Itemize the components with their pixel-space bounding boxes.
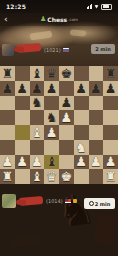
opponent-clock: 2 min [91, 44, 115, 54]
piece-white-p-h2: ♟ [105, 155, 117, 168]
square-c6[interactable]: ♞ [30, 96, 45, 111]
piece-white-p-e5: ♟ [61, 111, 73, 124]
square-d1[interactable]: ♛ [44, 169, 59, 184]
piece-white-p-f2: ♟ [75, 155, 87, 168]
cellular-signal-icon [87, 4, 93, 9]
piece-black-r-h8: ♜ [105, 67, 117, 80]
square-b7[interactable]: ♟ [15, 81, 30, 96]
redacted-username-scribble [19, 195, 44, 205]
square-a2[interactable]: ♟ [0, 155, 15, 170]
piece-white-b-c1: ♝ [31, 170, 43, 183]
player-rating: (1014) [46, 198, 63, 204]
player-clock: 2 min [84, 198, 115, 209]
piece-black-p-c7: ♟ [31, 82, 43, 95]
piece-white-q-d1: ♛ [46, 170, 58, 183]
piece-black-p-a7: ♟ [2, 82, 14, 95]
square-e4[interactable] [59, 125, 74, 140]
piece-black-r-a8: ♜ [2, 67, 14, 80]
piece-black-k-e8: ♚ [61, 67, 73, 80]
status-bar: 12:25 [0, 0, 118, 13]
square-c7[interactable]: ♟ [30, 81, 45, 96]
square-d7[interactable]: ♟ [44, 81, 59, 96]
square-b1[interactable] [15, 169, 30, 184]
square-b4[interactable] [15, 125, 30, 140]
chesscom-logo: ♟ Chess .com [0, 16, 118, 23]
piece-black-p-h7: ♟ [105, 82, 117, 95]
piece-white-r-a1: ♜ [2, 170, 14, 183]
square-b2[interactable]: ♟ [15, 155, 30, 170]
piece-black-b-d2: ♝ [46, 155, 58, 168]
piece-black-p-e6: ♟ [61, 96, 73, 109]
square-e2[interactable] [59, 155, 74, 170]
piece-black-b-c8: ♝ [31, 67, 43, 80]
square-g5[interactable] [89, 110, 104, 125]
square-h4[interactable] [103, 125, 118, 140]
lying-piece-photo [70, 29, 86, 36]
square-g4[interactable] [89, 125, 104, 140]
square-f2[interactable]: ♟ [74, 155, 89, 170]
square-f7[interactable]: ♟ [74, 81, 89, 96]
square-a7[interactable]: ♟ [0, 81, 15, 96]
piece-black-p-g7: ♟ [90, 82, 102, 95]
square-b3[interactable] [15, 140, 30, 155]
square-f1[interactable] [74, 169, 89, 184]
russia-flag-icon [63, 48, 69, 52]
square-c2[interactable]: ♟ [30, 155, 45, 170]
square-e7[interactable] [59, 81, 74, 96]
chess-app-screen: 12:25 ‹ ♟ Chess .com (1021) 2 min ♜♝♛♚♜♟… [0, 0, 118, 256]
square-f6[interactable] [74, 96, 89, 111]
chess-board: ♜♝♛♚♜♟♟♟♟♟♟♟♞♟♞♟♝♟♞♟♟♟♝♟♟♟♜♝♛♚♜ [0, 66, 118, 184]
piece-black-q-d8: ♛ [46, 67, 58, 80]
usa-flag-icon [65, 199, 71, 203]
timer-icon [89, 201, 94, 206]
dark-piece-photo [10, 235, 41, 247]
square-d5[interactable]: ♞ [44, 110, 59, 125]
piece-white-p-d4: ♟ [46, 126, 58, 139]
player-avatar[interactable] [2, 194, 16, 208]
lying-piece-photo [30, 31, 53, 41]
square-g1[interactable] [89, 169, 104, 184]
piece-black-p-d7: ♟ [46, 82, 58, 95]
redacted-username-scribble [17, 42, 42, 52]
piece-black-n-d5: ♞ [46, 111, 58, 124]
membership-badge-icon [73, 199, 77, 203]
square-a6[interactable] [0, 96, 15, 111]
wifi-icon [94, 5, 99, 9]
square-c1[interactable]: ♝ [30, 169, 45, 184]
square-e5[interactable]: ♟ [59, 110, 74, 125]
square-c8[interactable]: ♝ [30, 66, 45, 81]
piece-black-n-c6: ♞ [31, 96, 43, 109]
square-h6[interactable] [103, 96, 118, 111]
square-d6[interactable] [44, 96, 59, 111]
chesscom-pawn-logo-icon: ♟ [40, 16, 46, 23]
battery-icon [101, 4, 112, 10]
piece-white-p-g2: ♟ [90, 155, 102, 168]
square-b8[interactable] [15, 66, 30, 81]
back-button[interactable]: ‹ [0, 15, 12, 24]
square-g8[interactable] [89, 66, 104, 81]
square-b6[interactable] [15, 96, 30, 111]
square-c5[interactable] [30, 110, 45, 125]
piece-white-p-a2: ♟ [2, 155, 14, 168]
square-a8[interactable]: ♜ [0, 66, 15, 81]
square-e3[interactable] [59, 140, 74, 155]
square-g2[interactable]: ♟ [89, 155, 104, 170]
piece-white-p-c2: ♟ [31, 155, 43, 168]
nav-bar: ‹ ♟ Chess .com [0, 13, 118, 26]
square-g3[interactable] [89, 140, 104, 155]
player-row[interactable]: (1014) [2, 192, 82, 209]
status-icons [87, 4, 113, 10]
opponent-rating: (1021) [44, 47, 61, 53]
square-h3[interactable] [103, 140, 118, 155]
square-e1[interactable]: ♚ [59, 169, 74, 184]
square-a3[interactable] [0, 140, 15, 155]
piece-white-n-f3: ♞ [75, 141, 87, 154]
logo-tld: .com [68, 17, 78, 22]
square-e6[interactable]: ♟ [59, 96, 74, 111]
player-clock-text: 2 min [95, 201, 111, 207]
square-a4[interactable] [0, 125, 15, 140]
square-h1[interactable]: ♜ [103, 169, 118, 184]
square-h7[interactable]: ♟ [103, 81, 118, 96]
status-time: 12:25 [6, 3, 26, 10]
square-d8[interactable]: ♛ [44, 66, 59, 81]
piece-white-r-h1: ♜ [105, 170, 117, 183]
piece-white-k-e1: ♚ [61, 170, 73, 183]
opponent-avatar[interactable] [2, 44, 14, 56]
square-e8[interactable]: ♚ [59, 66, 74, 81]
square-g7[interactable]: ♟ [89, 81, 104, 96]
square-a1[interactable]: ♜ [0, 169, 15, 184]
square-h8[interactable]: ♜ [103, 66, 118, 81]
piece-white-b-c4: ♝ [31, 126, 43, 139]
square-c3[interactable] [30, 140, 45, 155]
piece-black-p-b7: ♟ [16, 82, 28, 95]
square-g6[interactable] [89, 96, 104, 111]
square-c4[interactable]: ♝ [30, 125, 45, 140]
square-f3[interactable]: ♞ [74, 140, 89, 155]
square-f5[interactable] [74, 110, 89, 125]
square-h5[interactable] [103, 110, 118, 125]
square-h2[interactable]: ♟ [103, 155, 118, 170]
square-d4[interactable]: ♟ [44, 125, 59, 140]
piece-white-p-b2: ♟ [16, 155, 28, 168]
square-d2[interactable]: ♝ [44, 155, 59, 170]
square-f8[interactable] [74, 66, 89, 81]
square-f4[interactable] [74, 125, 89, 140]
logo-text: Chess [47, 16, 67, 23]
square-d3[interactable] [44, 140, 59, 155]
square-b5[interactable] [15, 110, 30, 125]
piece-black-p-f7: ♟ [75, 82, 87, 95]
square-a5[interactable] [0, 110, 15, 125]
